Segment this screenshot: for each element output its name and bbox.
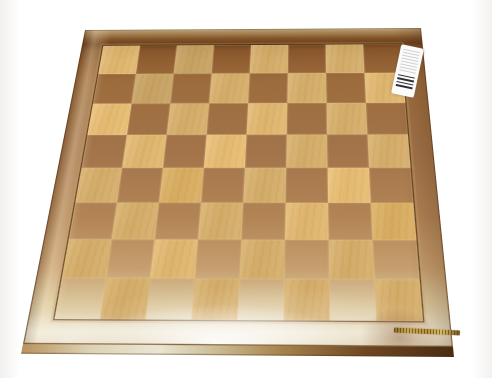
square-f6 [287,103,327,135]
square-g3 [328,203,372,240]
square-h5 [367,134,410,167]
square-g8 [326,44,365,73]
square-h6 [366,103,408,135]
square-d3 [198,203,243,240]
square-d8 [212,45,251,74]
square-g2 [329,240,375,279]
square-f3 [285,203,329,240]
square-f8 [288,45,326,74]
square-b8 [136,45,177,73]
square-e7 [248,73,288,103]
square-c8 [174,45,214,74]
square-a7 [93,74,136,104]
square-a3 [69,203,117,240]
square-f2 [284,240,329,279]
square-b1 [100,278,150,319]
square-c7 [170,74,211,104]
board-frame [23,28,453,347]
square-d4 [201,168,245,203]
square-g1 [329,279,376,321]
square-g4 [328,168,371,203]
square-h3 [371,203,417,240]
square-a1 [54,278,106,319]
square-e5 [245,135,287,168]
square-h1 [374,279,423,321]
square-d2 [195,240,242,279]
board-grid [54,44,423,321]
square-f5 [286,135,327,168]
product-photo [0,0,492,378]
square-c1 [146,278,195,320]
square-b2 [106,239,155,278]
square-a8 [98,46,140,74]
square-b6 [127,103,170,134]
square-f4 [286,168,329,203]
square-f1 [284,279,330,321]
square-c4 [159,168,204,203]
square-f7 [287,73,326,103]
square-d7 [209,73,249,103]
barcode-icon [395,74,414,90]
square-a6 [87,104,131,135]
square-b3 [112,203,159,240]
square-c6 [167,103,209,134]
square-b4 [117,168,163,203]
square-e1 [237,279,284,321]
sticker-text-block [399,49,421,76]
square-d1 [191,279,239,321]
chessboard [21,28,454,357]
square-e3 [241,203,285,240]
square-g7 [326,73,366,103]
square-c2 [150,239,198,278]
square-a4 [75,168,122,203]
square-d6 [207,103,249,134]
square-c3 [155,203,201,240]
square-g6 [327,103,368,135]
board-side-edge [21,344,454,357]
square-h4 [369,168,413,203]
square-a5 [81,135,127,168]
square-c5 [163,135,207,168]
square-b5 [122,135,167,168]
square-e6 [247,103,288,135]
square-e4 [243,168,286,203]
square-g5 [327,134,369,167]
square-a2 [62,239,112,278]
square-b7 [132,74,174,104]
square-e2 [239,240,284,279]
square-d5 [204,135,247,168]
square-h2 [373,240,420,279]
square-e8 [250,45,289,74]
